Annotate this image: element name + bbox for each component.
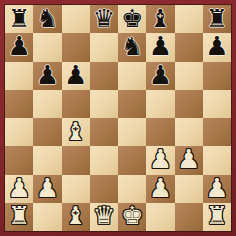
piece-black-pawn[interactable]: ♟ xyxy=(7,33,30,59)
square-d2[interactable] xyxy=(90,175,118,203)
square-h5[interactable] xyxy=(203,90,231,118)
piece-white-pawn[interactable]: ♟ xyxy=(7,175,30,201)
square-g3[interactable]: ♟ xyxy=(175,146,203,174)
piece-black-rook[interactable]: ♜ xyxy=(8,6,30,31)
piece-white-bishop[interactable]: ♝ xyxy=(64,119,86,144)
square-a6[interactable] xyxy=(5,62,33,90)
square-d6[interactable] xyxy=(90,62,118,90)
square-g6[interactable] xyxy=(175,62,203,90)
square-e1[interactable]: ♚ xyxy=(118,203,146,231)
square-g4[interactable] xyxy=(175,118,203,146)
square-e8[interactable]: ♚ xyxy=(118,5,146,33)
square-d7[interactable] xyxy=(90,33,118,61)
square-h3[interactable] xyxy=(203,146,231,174)
square-a5[interactable] xyxy=(5,90,33,118)
piece-black-pawn[interactable]: ♟ xyxy=(149,62,172,88)
piece-white-pawn[interactable]: ♟ xyxy=(205,175,228,201)
square-h1[interactable]: ♜ xyxy=(203,203,231,231)
piece-white-pawn[interactable]: ♟ xyxy=(36,175,59,201)
square-b5[interactable] xyxy=(33,90,61,118)
square-d4[interactable] xyxy=(90,118,118,146)
square-c6[interactable]: ♟ xyxy=(62,62,90,90)
square-f2[interactable]: ♟ xyxy=(146,175,174,203)
square-c1[interactable]: ♝ xyxy=(62,203,90,231)
piece-white-king[interactable]: ♚ xyxy=(121,203,143,228)
piece-black-rook[interactable]: ♜ xyxy=(206,6,228,31)
square-h4[interactable] xyxy=(203,118,231,146)
piece-white-rook[interactable]: ♜ xyxy=(206,203,228,228)
square-e2[interactable] xyxy=(118,175,146,203)
piece-white-bishop[interactable]: ♝ xyxy=(64,203,86,228)
square-f8[interactable]: ♝ xyxy=(146,5,174,33)
square-f1[interactable] xyxy=(146,203,174,231)
square-b8[interactable]: ♞ xyxy=(33,5,61,33)
piece-black-king[interactable]: ♚ xyxy=(121,6,143,31)
square-b4[interactable] xyxy=(33,118,61,146)
square-f3[interactable]: ♟ xyxy=(146,146,174,174)
square-e6[interactable] xyxy=(118,62,146,90)
square-d5[interactable] xyxy=(90,90,118,118)
square-b7[interactable] xyxy=(33,33,61,61)
square-b3[interactable] xyxy=(33,146,61,174)
piece-black-pawn[interactable]: ♟ xyxy=(205,33,228,59)
piece-black-queen[interactable]: ♛ xyxy=(93,6,115,31)
board-frame: ♜♞♛♚♝♜♟♞♟♟♟♟♟♝♟♟♟♟♟♟♜♝♛♚♜ xyxy=(0,0,236,236)
square-e3[interactable] xyxy=(118,146,146,174)
piece-white-pawn[interactable]: ♟ xyxy=(149,175,172,201)
square-c5[interactable] xyxy=(62,90,90,118)
square-b6[interactable]: ♟ xyxy=(33,62,61,90)
square-g2[interactable] xyxy=(175,175,203,203)
piece-white-queen[interactable]: ♛ xyxy=(93,203,115,228)
square-e5[interactable] xyxy=(118,90,146,118)
piece-white-pawn[interactable]: ♟ xyxy=(149,146,172,172)
square-d1[interactable]: ♛ xyxy=(90,203,118,231)
square-f5[interactable] xyxy=(146,90,174,118)
piece-black-knight[interactable]: ♞ xyxy=(121,34,143,59)
square-h8[interactable]: ♜ xyxy=(203,5,231,33)
piece-black-knight[interactable]: ♞ xyxy=(36,6,58,31)
square-g8[interactable] xyxy=(175,5,203,33)
square-h7[interactable]: ♟ xyxy=(203,33,231,61)
square-a1[interactable]: ♜ xyxy=(5,203,33,231)
square-f4[interactable] xyxy=(146,118,174,146)
piece-black-bishop[interactable]: ♝ xyxy=(149,6,171,31)
piece-white-pawn[interactable]: ♟ xyxy=(177,146,200,172)
square-g7[interactable] xyxy=(175,33,203,61)
square-f6[interactable]: ♟ xyxy=(146,62,174,90)
square-c2[interactable] xyxy=(62,175,90,203)
square-b1[interactable] xyxy=(33,203,61,231)
piece-white-rook[interactable]: ♜ xyxy=(8,203,30,228)
square-g5[interactable] xyxy=(175,90,203,118)
square-c4[interactable]: ♝ xyxy=(62,118,90,146)
square-a2[interactable]: ♟ xyxy=(5,175,33,203)
chess-board: ♜♞♛♚♝♜♟♞♟♟♟♟♟♝♟♟♟♟♟♟♜♝♛♚♜ xyxy=(5,5,231,231)
square-e4[interactable] xyxy=(118,118,146,146)
square-a8[interactable]: ♜ xyxy=(5,5,33,33)
square-b2[interactable]: ♟ xyxy=(33,175,61,203)
piece-black-pawn[interactable]: ♟ xyxy=(149,33,172,59)
square-h6[interactable] xyxy=(203,62,231,90)
piece-black-pawn[interactable]: ♟ xyxy=(36,62,59,88)
square-a4[interactable] xyxy=(5,118,33,146)
piece-black-pawn[interactable]: ♟ xyxy=(64,62,87,88)
square-d3[interactable] xyxy=(90,146,118,174)
square-h2[interactable]: ♟ xyxy=(203,175,231,203)
square-c8[interactable] xyxy=(62,5,90,33)
square-g1[interactable] xyxy=(175,203,203,231)
square-e7[interactable]: ♞ xyxy=(118,33,146,61)
square-a3[interactable] xyxy=(5,146,33,174)
square-c7[interactable] xyxy=(62,33,90,61)
square-d8[interactable]: ♛ xyxy=(90,5,118,33)
square-a7[interactable]: ♟ xyxy=(5,33,33,61)
square-f7[interactable]: ♟ xyxy=(146,33,174,61)
square-c3[interactable] xyxy=(62,146,90,174)
